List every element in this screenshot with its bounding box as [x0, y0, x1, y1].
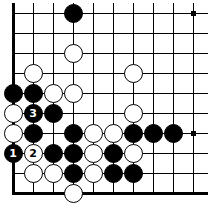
white-stone	[64, 44, 83, 63]
intersection-A3[interactable]: 1	[3, 143, 23, 163]
intersection-B6[interactable]	[23, 83, 43, 103]
intersection-J9[interactable]	[163, 23, 183, 43]
intersection-F5[interactable]	[103, 103, 123, 123]
intersection-K1[interactable]	[183, 183, 203, 203]
intersection-K10[interactable]	[183, 3, 203, 23]
intersection-C10[interactable]	[43, 3, 63, 23]
intersection-H10[interactable]	[143, 3, 163, 23]
white-stone	[64, 184, 83, 203]
intersection-B2[interactable]	[23, 163, 43, 183]
intersection-F1[interactable]	[103, 183, 123, 203]
intersection-G6[interactable]	[123, 83, 143, 103]
white-stone	[124, 144, 143, 163]
intersection-C8[interactable]	[43, 43, 63, 63]
black-stone	[124, 164, 143, 183]
black-stone	[64, 124, 83, 143]
intersection-J5[interactable]	[163, 103, 183, 123]
intersection-D5[interactable]	[63, 103, 83, 123]
intersection-A7[interactable]	[3, 63, 23, 83]
black-stone	[4, 84, 23, 103]
move-number-label: 1	[9, 148, 17, 159]
intersection-C4[interactable]	[43, 123, 63, 143]
intersection-B10[interactable]	[23, 3, 43, 23]
intersection-H2[interactable]	[143, 163, 163, 183]
intersection-H1[interactable]	[143, 183, 163, 203]
intersection-H7[interactable]	[143, 63, 163, 83]
intersection-F6[interactable]	[103, 83, 123, 103]
intersection-D10[interactable]	[63, 3, 83, 23]
intersection-G9[interactable]	[123, 23, 143, 43]
intersection-C3[interactable]	[43, 143, 63, 163]
white-stone	[104, 124, 123, 143]
intersection-F7[interactable]	[103, 63, 123, 83]
intersection-K6[interactable]	[183, 83, 203, 103]
intersection-B1[interactable]	[23, 183, 43, 203]
go-board[interactable]: 312	[0, 0, 210, 210]
black-stone	[104, 164, 123, 183]
intersection-D6[interactable]	[63, 83, 83, 103]
black-stone	[64, 164, 83, 183]
intersection-K7[interactable]	[183, 63, 203, 83]
white-stone	[4, 104, 23, 123]
black-stone	[44, 144, 63, 163]
intersection-E1[interactable]	[83, 183, 103, 203]
white-stone	[4, 124, 23, 143]
intersection-E8[interactable]	[83, 43, 103, 63]
white-stone	[84, 124, 103, 143]
intersection-D4[interactable]	[63, 123, 83, 143]
intersection-E7[interactable]	[83, 63, 103, 83]
intersection-B4[interactable]	[23, 123, 43, 143]
black-stone	[124, 124, 143, 143]
black-stone	[104, 144, 123, 163]
intersection-H3[interactable]	[143, 143, 163, 163]
white-stone	[24, 164, 43, 183]
white-stone	[84, 164, 103, 183]
intersection-F3[interactable]	[103, 143, 123, 163]
black-stone	[64, 144, 83, 163]
black-stone: 3	[24, 104, 43, 123]
intersection-F4[interactable]	[103, 123, 123, 143]
intersection-D8[interactable]	[63, 43, 83, 63]
intersection-J2[interactable]	[163, 163, 183, 183]
black-stone	[144, 124, 163, 143]
intersection-G5[interactable]	[123, 103, 143, 123]
intersection-J3[interactable]	[163, 143, 183, 163]
intersection-C9[interactable]	[43, 23, 63, 43]
intersection-D3[interactable]	[63, 143, 83, 163]
intersection-K4[interactable]	[183, 123, 203, 143]
white-stone	[124, 104, 143, 123]
intersection-F8[interactable]	[103, 43, 123, 63]
intersection-A9[interactable]	[3, 23, 23, 43]
intersection-K2[interactable]	[183, 163, 203, 183]
intersection-D9[interactable]	[63, 23, 83, 43]
intersection-A8[interactable]	[3, 43, 23, 63]
intersection-A4[interactable]	[3, 123, 23, 143]
intersection-K9[interactable]	[183, 23, 203, 43]
white-stone	[84, 144, 103, 163]
intersection-J1[interactable]	[163, 183, 183, 203]
black-stone	[164, 124, 183, 143]
intersection-A10[interactable]	[3, 3, 23, 23]
intersection-G2[interactable]	[123, 163, 143, 183]
intersection-C7[interactable]	[43, 63, 63, 83]
white-stone: 2	[24, 144, 43, 163]
intersection-G7[interactable]	[123, 63, 143, 83]
intersection-G10[interactable]	[123, 3, 143, 23]
intersection-F10[interactable]	[103, 3, 123, 23]
intersection-J8[interactable]	[163, 43, 183, 63]
intersection-A6[interactable]	[3, 83, 23, 103]
intersection-E3[interactable]	[83, 143, 103, 163]
intersection-G1[interactable]	[123, 183, 143, 203]
intersection-B7[interactable]	[23, 63, 43, 83]
intersection-D7[interactable]	[63, 63, 83, 83]
intersection-H8[interactable]	[143, 43, 163, 63]
intersection-K5[interactable]	[183, 103, 203, 123]
intersection-D1[interactable]	[63, 183, 83, 203]
intersection-H4[interactable]	[143, 123, 163, 143]
intersection-J7[interactable]	[163, 63, 183, 83]
intersection-H5[interactable]	[143, 103, 163, 123]
black-stone	[44, 104, 63, 123]
intersection-H6[interactable]	[143, 83, 163, 103]
intersection-G8[interactable]	[123, 43, 143, 63]
intersection-B5[interactable]: 3	[23, 103, 43, 123]
intersection-A2[interactable]	[3, 163, 23, 183]
intersection-E6[interactable]	[83, 83, 103, 103]
intersection-D2[interactable]	[63, 163, 83, 183]
move-number-label: 3	[29, 108, 37, 119]
intersection-H9[interactable]	[143, 23, 163, 43]
stones-layer: 312	[3, 3, 203, 203]
intersection-C2[interactable]	[43, 163, 63, 183]
intersection-C6[interactable]	[43, 83, 63, 103]
intersection-K8[interactable]	[183, 43, 203, 63]
intersection-E4[interactable]	[83, 123, 103, 143]
black-stone	[24, 84, 43, 103]
intersection-E10[interactable]	[83, 3, 103, 23]
black-stone: 1	[4, 144, 23, 163]
white-stone	[124, 64, 143, 83]
intersection-F2[interactable]	[103, 163, 123, 183]
intersection-J6[interactable]	[163, 83, 183, 103]
intersection-J4[interactable]	[163, 123, 183, 143]
white-stone	[64, 84, 83, 103]
intersection-A1[interactable]	[3, 183, 23, 203]
intersection-E2[interactable]	[83, 163, 103, 183]
intersection-A5[interactable]	[3, 103, 23, 123]
black-stone	[24, 124, 43, 143]
white-stone	[44, 84, 63, 103]
intersection-E9[interactable]	[83, 23, 103, 43]
intersection-C1[interactable]	[43, 183, 63, 203]
intersection-B3[interactable]: 2	[23, 143, 43, 163]
move-number-label: 2	[29, 148, 37, 159]
intersection-B9[interactable]	[23, 23, 43, 43]
intersection-F9[interactable]	[103, 23, 123, 43]
black-stone	[64, 4, 83, 23]
intersection-G4[interactable]	[123, 123, 143, 143]
intersection-G3[interactable]	[123, 143, 143, 163]
intersection-E5[interactable]	[83, 103, 103, 123]
intersection-C5[interactable]	[43, 103, 63, 123]
intersection-K3[interactable]	[183, 143, 203, 163]
white-stone	[44, 164, 63, 183]
intersection-J10[interactable]	[163, 3, 183, 23]
intersection-B8[interactable]	[23, 43, 43, 63]
white-stone	[24, 64, 43, 83]
